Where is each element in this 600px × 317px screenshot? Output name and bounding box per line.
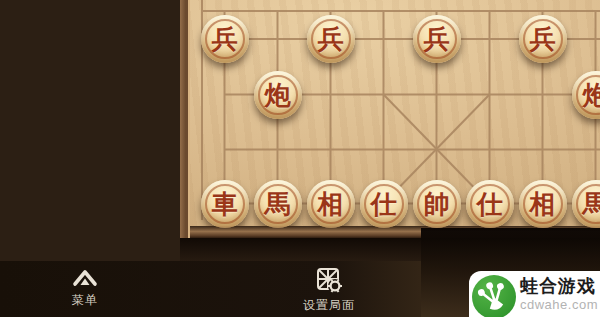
piece-chariot[interactable]: 車: [201, 180, 249, 228]
piece-elephant[interactable]: 相: [519, 180, 567, 228]
piece-general[interactable]: 帥: [413, 180, 461, 228]
piece-glyph: 兵: [212, 26, 238, 52]
piece-advisor[interactable]: 仕: [360, 180, 408, 228]
piece-glyph: 仕: [477, 191, 503, 217]
piece-glyph: 馬: [583, 191, 600, 217]
setup-position-button[interactable]: 设置局面: [284, 267, 374, 314]
piece-soldier[interactable]: 兵: [307, 15, 355, 63]
frog-logo-icon: [472, 275, 516, 317]
piece-glyph: 相: [530, 191, 556, 217]
piece-glyph: 帥: [424, 191, 450, 217]
watermark-title: 蛙合游戏: [520, 277, 598, 295]
piece-glyph: 仕: [371, 191, 397, 217]
piece-glyph: 兵: [530, 26, 556, 52]
menu-button-label: 菜单: [72, 292, 98, 309]
watermark-domain: cdwahe.com: [520, 298, 598, 311]
app-screen: { "game": "xiangqi", "app": { "watermark…: [0, 0, 600, 317]
piece-glyph: 炮: [583, 82, 600, 108]
piece-glyph: 車: [212, 191, 238, 217]
piece-glyph: 馬: [265, 191, 291, 217]
board-grid[interactable]: 兵兵兵兵炮炮車馬相仕帥仕相馬: [198, 11, 600, 231]
xiangqi-board[interactable]: 兵兵兵兵炮炮車馬相仕帥仕相馬: [180, 0, 600, 246]
piece-glyph: 炮: [265, 82, 291, 108]
piece-cannon[interactable]: 炮: [572, 71, 600, 119]
piece-cannon[interactable]: 炮: [254, 71, 302, 119]
piece-glyph: 兵: [424, 26, 450, 52]
menu-up-icon: [71, 267, 99, 289]
piece-soldier[interactable]: 兵: [413, 15, 461, 63]
watermark-panel: 蛙合游戏 cdwahe.com: [469, 271, 600, 317]
piece-horse[interactable]: 馬: [254, 180, 302, 228]
setup-position-button-label: 设置局面: [303, 297, 355, 314]
menu-button[interactable]: 菜单: [45, 267, 125, 309]
piece-soldier[interactable]: 兵: [519, 15, 567, 63]
setup-board-icon: [316, 267, 343, 294]
piece-horse[interactable]: 馬: [572, 180, 600, 228]
piece-glyph: 相: [318, 191, 344, 217]
piece-soldier[interactable]: 兵: [201, 15, 249, 63]
piece-advisor[interactable]: 仕: [466, 180, 514, 228]
piece-elephant[interactable]: 相: [307, 180, 355, 228]
piece-glyph: 兵: [318, 26, 344, 52]
